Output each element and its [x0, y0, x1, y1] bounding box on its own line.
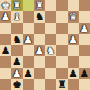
- white-bishop[interactable]: ♝: [12, 11, 21, 22]
- square-a5[interactable]: [0, 34, 11, 45]
- square-b5[interactable]: ♞: [11, 34, 22, 45]
- square-f6[interactable]: [56, 23, 67, 34]
- square-e2[interactable]: [45, 68, 56, 79]
- square-e6[interactable]: [45, 23, 56, 34]
- square-a2[interactable]: [0, 68, 11, 79]
- square-d4[interactable]: ♟: [34, 45, 45, 56]
- black-knight[interactable]: ♞: [35, 11, 44, 22]
- square-b4[interactable]: [11, 45, 22, 56]
- square-c3[interactable]: [23, 56, 34, 67]
- square-g1[interactable]: [68, 79, 79, 90]
- square-h5[interactable]: [79, 34, 90, 45]
- square-g4[interactable]: [68, 45, 79, 56]
- square-g7[interactable]: ♛: [68, 11, 79, 22]
- square-b6[interactable]: [11, 23, 22, 34]
- square-h2[interactable]: ♟: [79, 68, 90, 79]
- square-c8[interactable]: [23, 0, 34, 11]
- square-b2[interactable]: ♟: [11, 68, 22, 79]
- square-g6[interactable]: [68, 23, 79, 34]
- square-g8[interactable]: [68, 0, 79, 11]
- white-king[interactable]: ♚: [1, 0, 10, 11]
- white-queen[interactable]: ♛: [69, 11, 78, 22]
- black-pawn[interactable]: ♟: [1, 45, 10, 56]
- white-knight[interactable]: ♞: [46, 45, 55, 56]
- black-rook[interactable]: ♜: [57, 78, 66, 89]
- square-d3[interactable]: [34, 56, 45, 67]
- square-e5[interactable]: [45, 34, 56, 45]
- square-h8[interactable]: [79, 0, 90, 11]
- black-pawn[interactable]: ♟: [69, 67, 78, 78]
- square-d2[interactable]: [34, 68, 45, 79]
- black-pawn[interactable]: ♟: [24, 67, 33, 78]
- square-a1[interactable]: [0, 79, 11, 90]
- square-h1[interactable]: [79, 79, 90, 90]
- square-f2[interactable]: [56, 68, 67, 79]
- square-a7[interactable]: ♟: [0, 11, 11, 22]
- white-rook[interactable]: ♜: [12, 0, 21, 11]
- square-f8[interactable]: [56, 0, 67, 11]
- square-g2[interactable]: ♟: [68, 68, 79, 79]
- square-e3[interactable]: [45, 56, 56, 67]
- white-rook[interactable]: ♜: [35, 0, 44, 11]
- white-pawn[interactable]: ♟: [80, 22, 89, 33]
- square-d5[interactable]: [34, 34, 45, 45]
- square-c2[interactable]: ♟: [23, 68, 34, 79]
- square-b1[interactable]: ♚: [11, 79, 22, 90]
- square-f3[interactable]: [56, 56, 67, 67]
- square-d1[interactable]: [34, 79, 45, 90]
- square-a4[interactable]: ♟: [0, 45, 11, 56]
- square-c5[interactable]: ♟: [23, 34, 34, 45]
- square-a8[interactable]: ♚: [0, 0, 11, 11]
- white-pawn[interactable]: ♟: [69, 33, 78, 44]
- black-knight[interactable]: ♞: [12, 33, 21, 44]
- square-d6[interactable]: [34, 23, 45, 34]
- square-d7[interactable]: ♞: [34, 11, 45, 22]
- square-b3[interactable]: ♟: [11, 56, 22, 67]
- square-h7[interactable]: [79, 11, 90, 22]
- square-e7[interactable]: [45, 11, 56, 22]
- black-pawn[interactable]: ♟: [80, 67, 89, 78]
- square-f5[interactable]: [56, 34, 67, 45]
- square-h6[interactable]: ♟: [79, 23, 90, 34]
- square-c4[interactable]: [23, 45, 34, 56]
- square-c7[interactable]: [23, 11, 34, 22]
- square-f7[interactable]: [56, 11, 67, 22]
- square-h3[interactable]: [79, 56, 90, 67]
- square-g3[interactable]: [68, 56, 79, 67]
- square-f1[interactable]: ♜: [56, 79, 67, 90]
- square-a3[interactable]: [0, 56, 11, 67]
- white-pawn[interactable]: ♟: [35, 45, 44, 56]
- square-e8[interactable]: [45, 0, 56, 11]
- square-e4[interactable]: ♞: [45, 45, 56, 56]
- square-g5[interactable]: ♟: [68, 34, 79, 45]
- square-b8[interactable]: ♜: [11, 0, 22, 11]
- square-a6[interactable]: [0, 23, 11, 34]
- white-pawn[interactable]: ♟: [24, 33, 33, 44]
- white-pawn[interactable]: ♟: [12, 67, 21, 78]
- black-pawn[interactable]: ♟: [12, 56, 21, 67]
- square-d8[interactable]: ♜: [34, 0, 45, 11]
- square-e1[interactable]: [45, 79, 56, 90]
- square-c1[interactable]: [23, 79, 34, 90]
- square-f4[interactable]: [56, 45, 67, 56]
- square-c6[interactable]: [23, 23, 34, 34]
- black-king[interactable]: ♚: [12, 78, 21, 89]
- square-h4[interactable]: [79, 45, 90, 56]
- square-b7[interactable]: ♝: [11, 11, 22, 22]
- white-pawn[interactable]: ♟: [1, 11, 10, 22]
- chess-board: ♚♜♜♟♝♞♛♟♞♟♟♟♟♞♟♟♟♟♟♚♜: [0, 0, 90, 90]
